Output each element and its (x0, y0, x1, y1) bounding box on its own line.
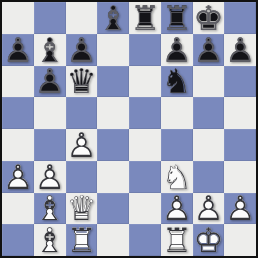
square-f1[interactable]: ♜♖ (161, 224, 193, 256)
square-g8[interactable]: ♚♔ (193, 2, 225, 34)
square-e1[interactable] (129, 224, 161, 256)
square-b1[interactable]: ♝♗ (34, 224, 66, 256)
square-c8[interactable] (66, 2, 98, 34)
piece-white-pawn-a3[interactable]: ♟♙ (2, 161, 34, 193)
black-rook-outline: ♖ (161, 2, 193, 34)
black-bishop-outline: ♗ (97, 2, 129, 34)
piece-white-bishop-b1[interactable]: ♝♗ (34, 224, 66, 256)
square-a7[interactable]: ♟♙ (2, 34, 34, 66)
white-bishop-outline: ♗ (34, 224, 66, 256)
black-pawn-outline: ♙ (2, 34, 34, 66)
square-d5[interactable] (97, 97, 129, 129)
square-d2[interactable] (97, 193, 129, 225)
square-g1[interactable]: ♚♔ (193, 224, 225, 256)
piece-black-pawn-g7[interactable]: ♟♙ (193, 34, 225, 66)
square-h8[interactable] (224, 2, 256, 34)
square-e6[interactable] (129, 66, 161, 98)
square-a6[interactable] (2, 66, 34, 98)
square-a8[interactable] (2, 2, 34, 34)
chess-board: ♝♗♜♖♜♖♚♔♟♙♝♗♟♙♟♙♟♙♟♙♟♙♛♕♞♘♟♙♟♙♟♙♞♘♝♗♛♕♟♙… (0, 0, 258, 258)
piece-black-queen-c6[interactable]: ♛♕ (66, 66, 98, 98)
black-pawn-outline: ♙ (34, 66, 66, 98)
square-c4[interactable]: ♟♙ (66, 129, 98, 161)
square-f4[interactable] (161, 129, 193, 161)
square-h5[interactable] (224, 97, 256, 129)
piece-white-rook-c1[interactable]: ♜♖ (66, 224, 98, 256)
piece-white-king-g1[interactable]: ♚♔ (193, 224, 225, 256)
piece-black-pawn-b6[interactable]: ♟♙ (34, 66, 66, 98)
square-e2[interactable] (129, 193, 161, 225)
piece-black-king-g8[interactable]: ♚♔ (193, 2, 225, 34)
black-king-outline: ♔ (193, 2, 225, 34)
black-pawn-outline: ♙ (224, 34, 256, 66)
white-pawn-outline: ♙ (2, 161, 34, 193)
square-e4[interactable] (129, 129, 161, 161)
square-h2[interactable]: ♟♙ (224, 193, 256, 225)
square-g4[interactable] (193, 129, 225, 161)
square-a5[interactable] (2, 97, 34, 129)
white-rook-outline: ♖ (161, 224, 193, 256)
piece-white-pawn-c4[interactable]: ♟♙ (66, 129, 98, 161)
square-f8[interactable]: ♜♖ (161, 2, 193, 34)
square-f6[interactable]: ♞♘ (161, 66, 193, 98)
square-e5[interactable] (129, 97, 161, 129)
square-f5[interactable] (161, 97, 193, 129)
square-g7[interactable]: ♟♙ (193, 34, 225, 66)
piece-black-bishop-d8[interactable]: ♝♗ (97, 2, 129, 34)
square-a4[interactable] (2, 129, 34, 161)
square-a2[interactable] (2, 193, 34, 225)
black-knight-outline: ♘ (161, 66, 193, 98)
square-c1[interactable]: ♜♖ (66, 224, 98, 256)
piece-black-rook-f8[interactable]: ♜♖ (161, 2, 193, 34)
square-b4[interactable] (34, 129, 66, 161)
square-b8[interactable] (34, 2, 66, 34)
white-pawn-outline: ♙ (224, 193, 256, 225)
white-pawn-outline: ♙ (66, 129, 98, 161)
square-c6[interactable]: ♛♕ (66, 66, 98, 98)
white-king-outline: ♔ (193, 224, 225, 256)
square-h6[interactable] (224, 66, 256, 98)
square-e7[interactable] (129, 34, 161, 66)
square-d1[interactable] (97, 224, 129, 256)
square-g5[interactable] (193, 97, 225, 129)
square-e3[interactable] (129, 161, 161, 193)
square-b5[interactable] (34, 97, 66, 129)
chess-board-window: ♝♗♜♖♜♖♚♔♟♙♝♗♟♙♟♙♟♙♟♙♟♙♛♕♞♘♟♙♟♙♟♙♞♘♝♗♛♕♟♙… (0, 0, 258, 258)
square-e8[interactable]: ♜♖ (129, 2, 161, 34)
square-d6[interactable] (97, 66, 129, 98)
square-d7[interactable] (97, 34, 129, 66)
piece-white-pawn-h2[interactable]: ♟♙ (224, 193, 256, 225)
piece-black-knight-f6[interactable]: ♞♘ (161, 66, 193, 98)
piece-black-pawn-h7[interactable]: ♟♙ (224, 34, 256, 66)
square-g6[interactable] (193, 66, 225, 98)
square-h1[interactable] (224, 224, 256, 256)
black-queen-outline: ♕ (66, 66, 98, 98)
square-a3[interactable]: ♟♙ (2, 161, 34, 193)
piece-black-rook-e8[interactable]: ♜♖ (129, 2, 161, 34)
square-b6[interactable]: ♟♙ (34, 66, 66, 98)
square-h4[interactable] (224, 129, 256, 161)
white-rook-outline: ♖ (66, 224, 98, 256)
square-d8[interactable]: ♝♗ (97, 2, 129, 34)
square-h7[interactable]: ♟♙ (224, 34, 256, 66)
square-a1[interactable] (2, 224, 34, 256)
piece-white-rook-f1[interactable]: ♜♖ (161, 224, 193, 256)
square-d3[interactable] (97, 161, 129, 193)
black-rook-outline: ♖ (129, 2, 161, 34)
piece-black-pawn-a7[interactable]: ♟♙ (2, 34, 34, 66)
black-pawn-outline: ♙ (193, 34, 225, 66)
square-d4[interactable] (97, 129, 129, 161)
